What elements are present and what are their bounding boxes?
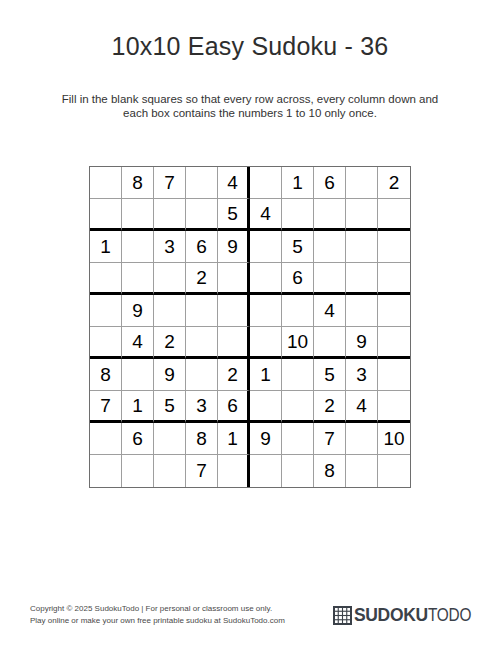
sudoku-cell-r3c8[interactable] — [314, 231, 346, 263]
sudoku-cell-r1c4[interactable] — [186, 167, 218, 199]
sudoku-cell-r1c2: 8 — [122, 167, 154, 199]
sudoku-cell-r4c2[interactable] — [122, 263, 154, 295]
sudoku-cell-r6c2: 4 — [122, 327, 154, 359]
sudoku-cell-r4c8[interactable] — [314, 263, 346, 295]
sudoku-cell-r7c5: 2 — [218, 359, 250, 391]
sudoku-cell-r6c7: 10 — [282, 327, 314, 359]
sudoku-cell-r8c2: 1 — [122, 391, 154, 423]
sudoku-cell-r7c10[interactable] — [378, 359, 410, 391]
sudoku-cell-r7c2[interactable] — [122, 359, 154, 391]
sudoku-cell-r9c3[interactable] — [154, 423, 186, 455]
sudoku-cell-r6c1[interactable] — [90, 327, 122, 359]
sudoku-cell-r3c6[interactable] — [250, 231, 282, 263]
sudoku-cell-r6c4[interactable] — [186, 327, 218, 359]
sudoku-cell-r10c5[interactable] — [218, 455, 250, 487]
sudoku-cell-r6c3: 2 — [154, 327, 186, 359]
page-title: 10x10 Easy Sudoku - 36 — [0, 32, 500, 61]
sudoku-cell-r6c8[interactable] — [314, 327, 346, 359]
sudoku-cell-r5c5[interactable] — [218, 295, 250, 327]
sudoku-cell-r5c7[interactable] — [282, 295, 314, 327]
sudoku-cell-r2c1[interactable] — [90, 199, 122, 231]
footer-copyright-line-1: Copyright © 2025 SudokuTodo | For person… — [30, 603, 285, 615]
sudoku-cell-r5c1[interactable] — [90, 295, 122, 327]
sudoku-cell-r1c1[interactable] — [90, 167, 122, 199]
sudoku-cell-r1c8: 6 — [314, 167, 346, 199]
sudoku-cell-r1c9[interactable] — [346, 167, 378, 199]
sudoku-cell-r3c4: 6 — [186, 231, 218, 263]
sudoku-cell-r10c10[interactable] — [378, 455, 410, 487]
sudoku-cell-r8c4: 3 — [186, 391, 218, 423]
sudoku-cell-r4c6[interactable] — [250, 263, 282, 295]
sudoku-cell-r3c2[interactable] — [122, 231, 154, 263]
sudoku-cell-r5c4[interactable] — [186, 295, 218, 327]
sudoku-cell-r10c9[interactable] — [346, 455, 378, 487]
sudoku-cell-r8c7[interactable] — [282, 391, 314, 423]
sudoku-cell-r7c3: 9 — [154, 359, 186, 391]
sudoku-cell-r1c10: 2 — [378, 167, 410, 199]
logo-text-todo: TODO — [428, 605, 471, 626]
sudoku-cell-r9c7[interactable] — [282, 423, 314, 455]
sudoku-cell-r9c1[interactable] — [90, 423, 122, 455]
sudoku-cell-r2c5: 5 — [218, 199, 250, 231]
sudoku-cell-r6c10[interactable] — [378, 327, 410, 359]
sudoku-cell-r7c6: 1 — [250, 359, 282, 391]
sudoku-cell-r5c10[interactable] — [378, 295, 410, 327]
sudoku-cell-r1c3: 7 — [154, 167, 186, 199]
sudoku-cell-r10c8: 8 — [314, 455, 346, 487]
sudoku-cell-r9c6: 9 — [250, 423, 282, 455]
sudoku-cell-r2c7[interactable] — [282, 199, 314, 231]
sudoku-cell-r3c3: 3 — [154, 231, 186, 263]
sudoku-cell-r4c4: 2 — [186, 263, 218, 295]
sudoku-cell-r10c1[interactable] — [90, 455, 122, 487]
sudoku-cell-r4c5[interactable] — [218, 263, 250, 295]
sudoku-cell-r7c9: 3 — [346, 359, 378, 391]
sudoku-cell-r1c6[interactable] — [250, 167, 282, 199]
sudoku-cell-r6c6[interactable] — [250, 327, 282, 359]
sudoku-cell-r4c7: 6 — [282, 263, 314, 295]
sudoku-cell-r5c8: 4 — [314, 295, 346, 327]
logo-text: SUDOKUTODO — [354, 605, 477, 626]
sudoku-cell-r8c6[interactable] — [250, 391, 282, 423]
sudoku-cell-r3c1: 1 — [90, 231, 122, 263]
instructions: Fill in the blank squares so that every … — [0, 93, 500, 120]
sudoku-cell-r1c7: 1 — [282, 167, 314, 199]
sudokutodo-logo: SUDOKUTODO — [333, 605, 477, 626]
sudoku-grid-wrap: 8741625413695269442109892153715362468197… — [89, 166, 411, 488]
sudoku-cell-r9c5: 1 — [218, 423, 250, 455]
sudoku-cell-r10c7[interactable] — [282, 455, 314, 487]
sudoku-cell-r3c7: 5 — [282, 231, 314, 263]
printable-sudoku-page: 10x10 Easy Sudoku - 36 Fill in the blank… — [0, 0, 500, 647]
logo-text-sudoku: SUDOKU — [354, 605, 428, 625]
sudoku-cell-r10c6[interactable] — [250, 455, 282, 487]
sudoku-cell-r5c6[interactable] — [250, 295, 282, 327]
sudoku-cell-r2c8[interactable] — [314, 199, 346, 231]
footer-copyright: Copyright © 2025 SudokuTodo | For person… — [30, 603, 285, 627]
sudoku-cell-r3c9[interactable] — [346, 231, 378, 263]
sudoku-cell-r5c2: 9 — [122, 295, 154, 327]
sudoku-cell-r8c8: 2 — [314, 391, 346, 423]
footer-copyright-line-2: Play online or make your own free printa… — [30, 615, 285, 627]
sudoku-cell-r4c1[interactable] — [90, 263, 122, 295]
instructions-line-2: each box contains the numbers 1 to 10 on… — [0, 107, 500, 121]
sudoku-cell-r1c5: 4 — [218, 167, 250, 199]
sudoku-cell-r8c10[interactable] — [378, 391, 410, 423]
sudoku-cell-r5c3[interactable] — [154, 295, 186, 327]
sudoku-cell-r2c6: 4 — [250, 199, 282, 231]
sudoku-cell-r2c10[interactable] — [378, 199, 410, 231]
sudoku-cell-r8c1: 7 — [90, 391, 122, 423]
sudoku-cell-r10c4: 7 — [186, 455, 218, 487]
sudoku-cell-r9c8: 7 — [314, 423, 346, 455]
sudoku-cell-r8c3: 5 — [154, 391, 186, 423]
sudoku-cell-r2c3[interactable] — [154, 199, 186, 231]
sudoku-cell-r7c8: 5 — [314, 359, 346, 391]
sudoku-cell-r7c1: 8 — [90, 359, 122, 391]
sudoku-cell-r2c2[interactable] — [122, 199, 154, 231]
sudoku-cell-r2c4[interactable] — [186, 199, 218, 231]
sudoku-cell-r9c4: 8 — [186, 423, 218, 455]
sudoku-cell-r10c2[interactable] — [122, 455, 154, 487]
sudoku-cell-r7c4[interactable] — [186, 359, 218, 391]
sudoku-grid: 8741625413695269442109892153715362468197… — [89, 166, 411, 488]
sudoku-cell-r9c9[interactable] — [346, 423, 378, 455]
sudoku-cell-r3c10[interactable] — [378, 231, 410, 263]
instructions-line-1: Fill in the blank squares so that every … — [0, 93, 500, 107]
sudoku-cell-r4c3[interactable] — [154, 263, 186, 295]
sudoku-cell-r4c9[interactable] — [346, 263, 378, 295]
sudoku-cell-r8c5: 6 — [218, 391, 250, 423]
sudoku-cell-r3c5: 9 — [218, 231, 250, 263]
sudoku-cell-r5c9[interactable] — [346, 295, 378, 327]
sudoku-cell-r4c10[interactable] — [378, 263, 410, 295]
sudoku-cell-r6c5[interactable] — [218, 327, 250, 359]
sudoku-cell-r9c2: 6 — [122, 423, 154, 455]
sudoku-cell-r2c9[interactable] — [346, 199, 378, 231]
sudoku-cell-r8c9: 4 — [346, 391, 378, 423]
sudoku-cell-r7c7[interactable] — [282, 359, 314, 391]
sudoku-grid-icon — [333, 606, 352, 625]
sudoku-cell-r10c3[interactable] — [154, 455, 186, 487]
sudoku-cell-r6c9: 9 — [346, 327, 378, 359]
sudoku-cell-r9c10: 10 — [378, 423, 410, 455]
